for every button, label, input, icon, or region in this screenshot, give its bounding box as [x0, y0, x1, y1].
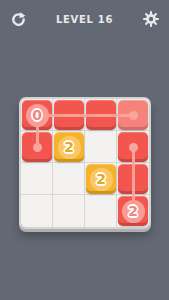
settings-button[interactable] [142, 10, 160, 28]
header-bar: LEVEL 16 [0, 0, 169, 30]
number-badge-2: 2 [90, 168, 113, 191]
restart-button[interactable] [9, 10, 27, 28]
path-endpoint-dot [33, 143, 42, 152]
floor-cell-r1c2 [85, 131, 117, 163]
number-badge-2: 2 [122, 200, 145, 223]
path-endpoint-dot [129, 143, 138, 152]
level-title: LEVEL 16 [27, 14, 142, 25]
floor-cell-r3c0 [21, 195, 53, 227]
path-line-0 [37, 114, 133, 117]
puzzle-board: 0222 [19, 97, 151, 229]
path-endpoint-dot [129, 111, 138, 120]
number-badge-2: 2 [58, 136, 81, 159]
floor-cell-r3c1 [53, 195, 85, 227]
restart-icon [10, 11, 27, 28]
floor-cell-r3c2 [85, 195, 117, 227]
gear-icon [142, 10, 160, 28]
floor-cell-r2c0 [21, 163, 53, 195]
number-badge-0: 0 [26, 104, 49, 127]
floor-cell-r2c1 [53, 163, 85, 195]
